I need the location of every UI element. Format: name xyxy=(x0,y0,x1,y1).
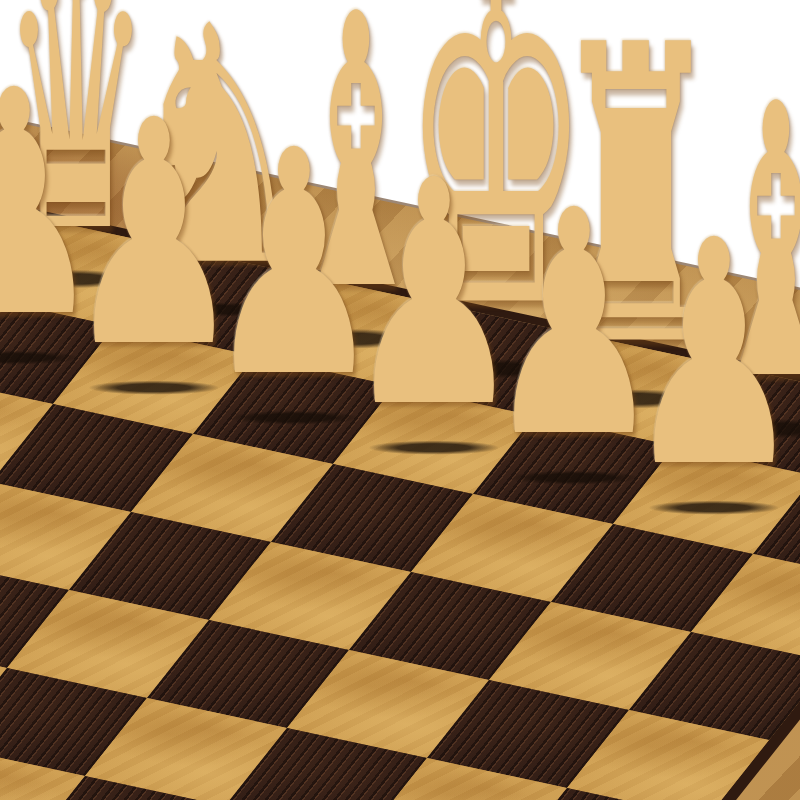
chess-board: ♛♞♝♚♜♝♟♟♟♟♟♟ xyxy=(0,80,800,800)
board-grid: ♛♞♝♚♜♝♟♟♟♟♟♟ xyxy=(0,188,800,800)
pawn-glyph: ♟ xyxy=(624,200,800,510)
photo-stage: ♛♞♝♚♜♝♟♟♟♟♟♟ xyxy=(0,0,800,800)
